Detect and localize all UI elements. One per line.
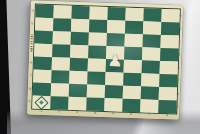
square-b8 <box>161 22 179 36</box>
square-c8 <box>160 35 178 49</box>
square-a4 <box>89 6 107 20</box>
square-e4 <box>88 58 106 72</box>
square-g4 <box>87 84 105 98</box>
square-f4 <box>87 71 105 85</box>
square-g6 <box>123 86 141 100</box>
coord-file-r-f: f <box>176 75 180 88</box>
square-h7 <box>140 99 158 113</box>
coord-rank-4: 4 <box>86 110 104 115</box>
coord-file-r-b: b <box>178 23 182 36</box>
square-e8 <box>160 61 178 75</box>
square-a5 <box>107 7 125 21</box>
square-f8 <box>159 74 177 88</box>
square-g8 <box>159 87 177 101</box>
square-b3 <box>71 19 89 33</box>
square-e3 <box>70 58 88 72</box>
square-c5 <box>106 33 124 47</box>
square-d8 <box>160 48 178 62</box>
square-h8 <box>158 100 176 114</box>
square-a7 <box>143 8 161 22</box>
square-e7 <box>142 60 160 74</box>
square-d4 <box>88 45 106 59</box>
square-h5 <box>104 98 122 112</box>
square-f6 <box>123 73 141 87</box>
square-a1 <box>35 5 53 19</box>
square-b1 <box>35 18 53 32</box>
square-f3 <box>69 71 87 85</box>
square-f1 <box>33 70 51 84</box>
square-b7 <box>143 21 161 35</box>
square-d2 <box>52 44 70 58</box>
square-b6 <box>125 21 143 35</box>
square-e1 <box>34 57 52 71</box>
coord-file-b: b <box>30 17 34 30</box>
square-f7 <box>141 73 159 87</box>
square-b2 <box>53 18 71 32</box>
white-pawn: ♟ <box>106 52 125 70</box>
photo-dark-left-edge <box>0 0 11 134</box>
coord-file-g: g <box>28 82 32 95</box>
square-b5 <box>107 20 125 34</box>
square-c2 <box>53 31 71 45</box>
square-a8 <box>161 9 179 23</box>
square-c3 <box>71 32 89 46</box>
square-g7 <box>141 86 159 100</box>
coord-file-d: d <box>30 43 34 56</box>
coord-file-r-d: d <box>177 49 181 62</box>
coord-rank-7: 7 <box>140 112 158 117</box>
coord-file-r-h: h <box>175 100 179 113</box>
square-h4 <box>86 97 104 111</box>
coord-file-f: f <box>29 69 33 82</box>
coord-rank-8: 8 <box>158 113 176 118</box>
square-h6 <box>122 99 140 113</box>
square-f5 <box>105 72 123 86</box>
coord-file-h: h <box>28 95 32 108</box>
square-g2 <box>51 83 69 97</box>
square-g3 <box>69 84 87 98</box>
coord-file-r-a: a <box>178 10 182 23</box>
coord-file-c: c <box>30 30 34 43</box>
logo-glyph: ❖ <box>39 100 45 106</box>
square-d7 <box>142 47 160 61</box>
square-a2 <box>53 5 71 19</box>
square-h1: ❖ <box>32 95 50 109</box>
square-g5 <box>105 85 123 99</box>
coord-file-r-g: g <box>176 87 180 100</box>
coord-rank-2: 2 <box>50 109 68 114</box>
square-a3 <box>71 6 89 20</box>
coord-rank-6: 6 <box>122 112 140 117</box>
square-e2 <box>52 57 70 71</box>
square-d6 <box>124 47 142 61</box>
coord-file-a: a <box>31 4 35 17</box>
square-b4 <box>89 19 107 33</box>
square-h3 <box>68 97 86 111</box>
coord-file-e: e <box>29 56 33 69</box>
square-g1 <box>33 83 51 97</box>
board-photo: ❖ 12345678 abcdefgh abcdefgh ♟ <box>0 0 200 134</box>
coord-file-r-e: e <box>177 62 181 75</box>
square-f2 <box>51 70 69 84</box>
square-d1 <box>34 44 52 58</box>
coord-rank-3: 3 <box>68 110 86 115</box>
square-c1 <box>35 31 53 45</box>
coord-rank-1: 1 <box>32 108 50 113</box>
coord-rank-5: 5 <box>104 111 122 116</box>
square-a6 <box>125 8 143 22</box>
square-c7 <box>142 34 160 48</box>
chessboard: ❖ 12345678 abcdefgh abcdefgh ♟ <box>27 0 183 119</box>
square-h2 <box>50 96 68 110</box>
square-c6 <box>124 34 142 48</box>
square-c4 <box>88 32 106 46</box>
square-d3 <box>70 45 88 59</box>
coord-file-r-c: c <box>177 36 181 49</box>
square-e6 <box>124 60 142 74</box>
